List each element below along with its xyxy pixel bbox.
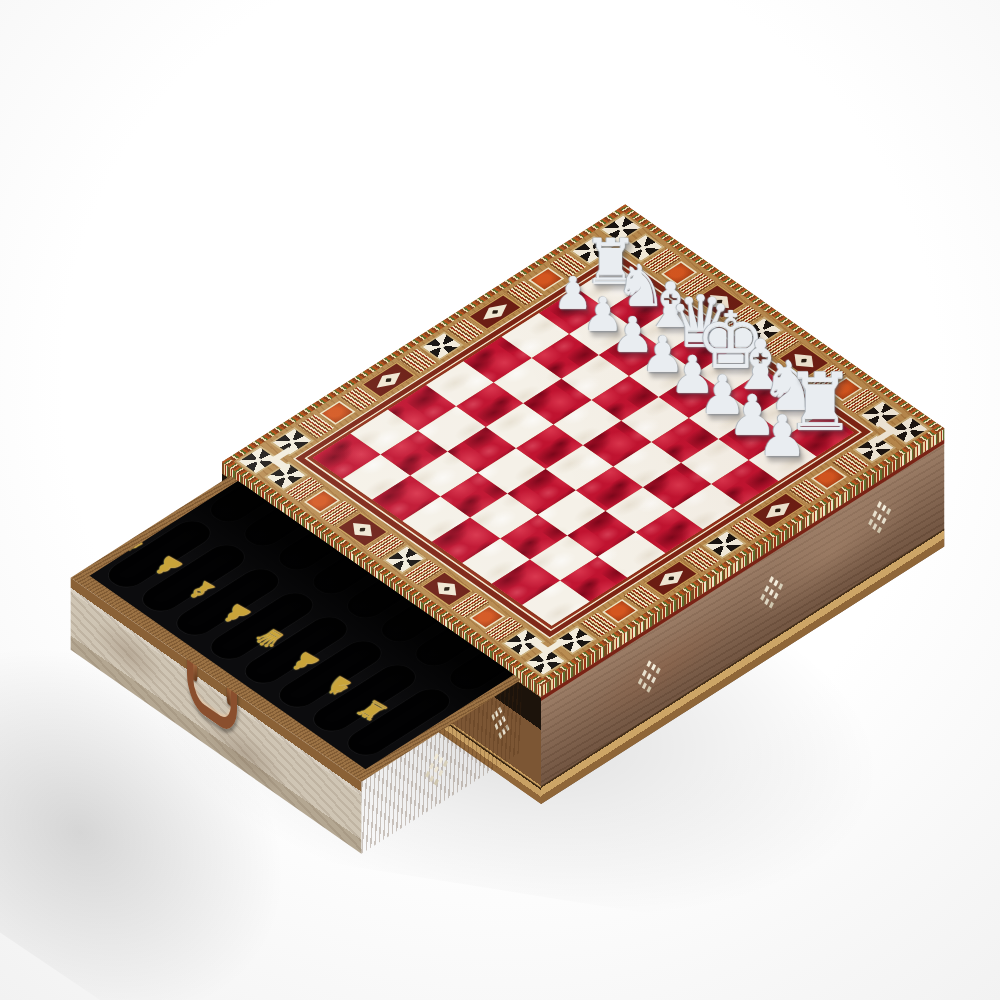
mother-of-pearl-inlay — [646, 673, 651, 680]
diamond-rosette — [773, 507, 783, 514]
diamond-rosette — [799, 357, 809, 364]
diamond-core — [345, 518, 379, 541]
diamond-rosette — [714, 298, 724, 305]
diamond-core — [702, 290, 736, 313]
gold-knight-stored: ♞ — [111, 527, 155, 556]
diamond-rosette — [442, 585, 452, 592]
mother-of-pearl-inlay — [769, 589, 774, 596]
diamond-rosette — [666, 575, 676, 582]
diamond-rosette — [383, 377, 393, 384]
diamond-core — [760, 498, 796, 522]
mother-of-pearl-inlay — [877, 514, 882, 521]
diamond-core — [787, 349, 821, 372]
diamond-core — [430, 577, 464, 600]
chess-set-photo-scene: ♞♟♝♟♛♟♞♜ — [0, 0, 1000, 1000]
mother-of-pearl-inlay — [434, 766, 439, 773]
diamond-rosette — [490, 309, 500, 316]
diamond-rosette — [357, 526, 367, 533]
diamond-core — [653, 567, 689, 591]
